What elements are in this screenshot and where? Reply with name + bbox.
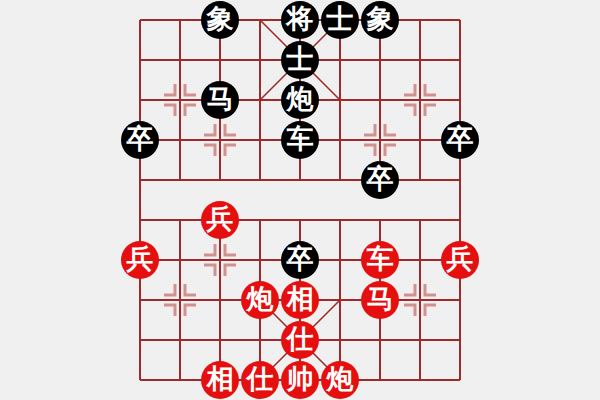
board-point-a2[interactable] [120, 320, 160, 360]
board-point-g10[interactable]: 象 [360, 0, 400, 40]
piece-glyph: 马 [367, 286, 394, 313]
board-point-c2[interactable] [200, 320, 240, 360]
piece-black-cannon-e8[interactable]: 炮 [281, 81, 319, 119]
board-point-f3[interactable] [320, 280, 360, 320]
piece-glyph: 仕 [287, 326, 314, 353]
board-point-a7[interactable]: 卒 [120, 120, 160, 160]
board-point-d4[interactable] [240, 240, 280, 280]
board-point-e8[interactable]: 炮 [280, 80, 320, 120]
board-point-f7[interactable] [320, 120, 360, 160]
piece-glyph: 炮 [247, 286, 274, 313]
piece-glyph: 士 [327, 6, 354, 33]
board-point-i9[interactable] [440, 40, 480, 80]
piece-glyph: 象 [207, 6, 234, 33]
piece-glyph: 相 [287, 286, 314, 313]
board-point-c10[interactable]: 象 [200, 0, 240, 40]
piece-red-pawn-i4[interactable]: 兵 [441, 241, 479, 279]
board-point-d2[interactable] [240, 320, 280, 360]
board-point-b7[interactable] [160, 120, 200, 160]
board-point-h9[interactable] [400, 40, 440, 80]
piece-red-general-e1[interactable]: 帅 [281, 361, 319, 399]
piece-glyph: 卒 [127, 126, 154, 153]
board-point-a3[interactable] [120, 280, 160, 320]
board-point-c3[interactable] [200, 280, 240, 320]
board-point-a1[interactable] [120, 360, 160, 400]
board-point-b4[interactable] [160, 240, 200, 280]
board-point-b1[interactable] [160, 360, 200, 400]
board-point-e1[interactable]: 帅 [280, 360, 320, 400]
board-point-e4[interactable]: 卒 [280, 240, 320, 280]
piece-glyph: 卒 [367, 166, 394, 193]
board-point-e9[interactable]: 士 [280, 40, 320, 80]
piece-red-chariot-g4[interactable]: 车 [361, 241, 399, 279]
board-point-h7[interactable] [400, 120, 440, 160]
board-point-h5[interactable] [400, 200, 440, 240]
piece-red-cannon-d3[interactable]: 炮 [241, 281, 279, 319]
board-point-f5[interactable] [320, 200, 360, 240]
piece-glyph: 炮 [287, 86, 314, 113]
piece-glyph: 兵 [207, 206, 234, 233]
board-point-a10[interactable] [120, 0, 160, 40]
piece-glyph: 象 [367, 6, 394, 33]
board-point-c8[interactable]: 马 [200, 80, 240, 120]
board-point-c1[interactable]: 相 [200, 360, 240, 400]
piece-glyph: 兵 [447, 246, 474, 273]
board-point-e2[interactable]: 仕 [280, 320, 320, 360]
board-point-c9[interactable] [200, 40, 240, 80]
board-point-i1[interactable] [440, 360, 480, 400]
board-point-g4[interactable]: 车 [360, 240, 400, 280]
board-point-h4[interactable] [400, 240, 440, 280]
board-point-c6[interactable] [200, 160, 240, 200]
board-point-a5[interactable] [120, 200, 160, 240]
board-point-f4[interactable] [320, 240, 360, 280]
board-point-f10[interactable]: 士 [320, 0, 360, 40]
board-point-e3[interactable]: 相 [280, 280, 320, 320]
board-point-g9[interactable] [360, 40, 400, 80]
board-point-h8[interactable] [400, 80, 440, 120]
piece-glyph: 卒 [287, 246, 314, 273]
board-point-b3[interactable] [160, 280, 200, 320]
board-point-i3[interactable] [440, 280, 480, 320]
piece-red-horse-g3[interactable]: 马 [361, 281, 399, 319]
piece-black-pawn-i7[interactable]: 卒 [441, 121, 479, 159]
board-point-d8[interactable] [240, 80, 280, 120]
board-point-c7[interactable] [200, 120, 240, 160]
board-point-e5[interactable] [280, 200, 320, 240]
piece-glyph: 仕 [247, 366, 274, 393]
piece-glyph: 车 [367, 246, 394, 273]
board-point-c5[interactable]: 兵 [200, 200, 240, 240]
piece-black-general-e10[interactable]: 将 [281, 1, 319, 39]
piece-red-elephant-e3[interactable]: 相 [281, 281, 319, 319]
board-point-d10[interactable] [240, 0, 280, 40]
board-point-b6[interactable] [160, 160, 200, 200]
board-point-i10[interactable] [440, 0, 480, 40]
piece-glyph: 车 [287, 126, 314, 153]
board-point-h2[interactable] [400, 320, 440, 360]
board-point-h1[interactable] [400, 360, 440, 400]
board-point-g6[interactable]: 卒 [360, 160, 400, 200]
board-point-i7[interactable]: 卒 [440, 120, 480, 160]
piece-black-pawn-g6[interactable]: 卒 [361, 161, 399, 199]
board-point-h3[interactable] [400, 280, 440, 320]
board-point-f6[interactable] [320, 160, 360, 200]
piece-glyph: 相 [207, 366, 234, 393]
board-point-i4[interactable]: 兵 [440, 240, 480, 280]
board-point-f8[interactable] [320, 80, 360, 120]
board-point-h6[interactable] [400, 160, 440, 200]
piece-glyph: 马 [207, 86, 234, 113]
piece-red-pawn-c5[interactable]: 兵 [201, 201, 239, 239]
piece-black-advisor-f10[interactable]: 士 [321, 1, 359, 39]
board-point-e10[interactable]: 将 [280, 0, 320, 40]
board-point-b8[interactable] [160, 80, 200, 120]
piece-black-chariot-e7[interactable]: 车 [281, 121, 319, 159]
piece-red-advisor-e2[interactable]: 仕 [281, 321, 319, 359]
board-point-b9[interactable] [160, 40, 200, 80]
piece-black-pawn-e4[interactable]: 卒 [281, 241, 319, 279]
board-point-d9[interactable] [240, 40, 280, 80]
board-point-a6[interactable] [120, 160, 160, 200]
board-point-e7[interactable]: 车 [280, 120, 320, 160]
board-point-g7[interactable] [360, 120, 400, 160]
piece-black-horse-c8[interactable]: 马 [201, 81, 239, 119]
board-point-i2[interactable] [440, 320, 480, 360]
board-point-i8[interactable] [440, 80, 480, 120]
piece-glyph: 将 [287, 6, 314, 33]
board-point-a9[interactable] [120, 40, 160, 80]
board-point-h10[interactable] [400, 0, 440, 40]
board-point-d6[interactable] [240, 160, 280, 200]
piece-black-elephant-g10[interactable]: 象 [361, 1, 399, 39]
piece-glyph: 炮 [327, 366, 354, 393]
board-grid: 象将士象士马炮卒车卒卒兵兵卒车兵炮相马仕相仕帅炮 [120, 0, 480, 400]
piece-black-elephant-c10[interactable]: 象 [201, 1, 239, 39]
board-point-d3[interactable]: 炮 [240, 280, 280, 320]
board-point-b5[interactable] [160, 200, 200, 240]
piece-glyph: 士 [287, 46, 314, 73]
board-point-b10[interactable] [160, 0, 200, 40]
board-point-b2[interactable] [160, 320, 200, 360]
board-point-a4[interactable]: 兵 [120, 240, 160, 280]
board-point-g5[interactable] [360, 200, 400, 240]
piece-red-advisor-d1[interactable]: 仕 [241, 361, 279, 399]
board-point-g8[interactable] [360, 80, 400, 120]
board-point-g3[interactable]: 马 [360, 280, 400, 320]
piece-glyph: 卒 [447, 126, 474, 153]
xiangqi-board: 象将士象士马炮卒车卒卒兵兵卒车兵炮相马仕相仕帅炮 [0, 0, 600, 400]
board-point-d7[interactable] [240, 120, 280, 160]
board-point-i6[interactable] [440, 160, 480, 200]
board-point-i5[interactable] [440, 200, 480, 240]
board-point-c4[interactable] [200, 240, 240, 280]
piece-black-pawn-a7[interactable]: 卒 [121, 121, 159, 159]
board-point-d1[interactable]: 仕 [240, 360, 280, 400]
piece-red-pawn-a4[interactable]: 兵 [121, 241, 159, 279]
board-point-f1[interactable]: 炮 [320, 360, 360, 400]
piece-red-elephant-c1[interactable]: 相 [201, 361, 239, 399]
board-point-d5[interactable] [240, 200, 280, 240]
board-point-e6[interactable] [280, 160, 320, 200]
board-point-f2[interactable] [320, 320, 360, 360]
piece-black-advisor-e9[interactable]: 士 [281, 41, 319, 79]
piece-red-cannon-f1[interactable]: 炮 [321, 361, 359, 399]
piece-glyph: 兵 [127, 246, 154, 273]
piece-glyph: 帅 [287, 366, 314, 393]
board-point-a8[interactable] [120, 80, 160, 120]
board-point-g2[interactable] [360, 320, 400, 360]
board-point-f9[interactable] [320, 40, 360, 80]
board-point-g1[interactable] [360, 360, 400, 400]
